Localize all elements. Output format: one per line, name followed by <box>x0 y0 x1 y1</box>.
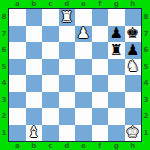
white-bishop[interactable]: ♝ <box>27 125 40 140</box>
square-e4[interactable] <box>75 75 92 92</box>
coord-label-7: 7 <box>142 26 150 43</box>
square-c7[interactable] <box>42 26 59 43</box>
square-d4[interactable] <box>59 75 76 92</box>
coord-label-b: b <box>26 0 43 8</box>
square-b3[interactable] <box>26 92 43 109</box>
rank-labels-right: 87654321 <box>142 9 150 141</box>
square-f1[interactable] <box>92 125 109 142</box>
black-king[interactable]: ♚ <box>126 26 139 41</box>
square-g3[interactable] <box>108 92 125 109</box>
coord-label-5: 5 <box>142 59 150 76</box>
coord-label-a: a <box>9 0 26 8</box>
coord-label-2: 2 <box>142 108 150 125</box>
square-d2[interactable] <box>59 108 76 125</box>
square-e2[interactable] <box>75 108 92 125</box>
square-a6[interactable] <box>9 42 26 59</box>
square-c5[interactable] <box>42 59 59 76</box>
square-h1[interactable]: ♚ <box>125 125 142 142</box>
square-b6[interactable] <box>26 42 43 59</box>
square-a2[interactable] <box>9 108 26 125</box>
square-c6[interactable] <box>42 42 59 59</box>
black-rook[interactable]: ♜ <box>110 43 123 58</box>
white-king[interactable]: ♚ <box>126 125 139 140</box>
rank-labels-left: 87654321 <box>0 9 8 141</box>
square-h6[interactable]: ♟ <box>125 42 142 59</box>
square-g7[interactable]: ♟ <box>108 26 125 43</box>
square-g6[interactable]: ♜ <box>108 42 125 59</box>
square-g8[interactable] <box>108 9 125 26</box>
coord-label-4: 4 <box>0 75 8 92</box>
square-f5[interactable] <box>92 59 109 76</box>
coord-label-3: 3 <box>0 92 8 109</box>
square-h3[interactable] <box>125 92 142 109</box>
coord-label-2: 2 <box>0 108 8 125</box>
coord-label-1: 1 <box>0 125 8 142</box>
square-c4[interactable] <box>42 75 59 92</box>
coord-label-e: e <box>75 0 92 8</box>
square-d5[interactable] <box>59 59 76 76</box>
square-f4[interactable] <box>92 75 109 92</box>
coord-label-h: h <box>125 142 142 150</box>
square-b2[interactable] <box>26 108 43 125</box>
square-f3[interactable] <box>92 92 109 109</box>
file-labels-top: abcdefgh <box>9 0 141 8</box>
coord-label-d: d <box>59 142 76 150</box>
square-d1[interactable] <box>59 125 76 142</box>
black-pawn[interactable]: ♟ <box>126 43 139 58</box>
coord-label-6: 6 <box>142 42 150 59</box>
coord-label-d: d <box>59 0 76 8</box>
square-h8[interactable] <box>125 9 142 26</box>
square-b8[interactable] <box>26 9 43 26</box>
coord-label-g: g <box>108 142 125 150</box>
square-b5[interactable] <box>26 59 43 76</box>
white-knight[interactable]: ♞ <box>126 59 139 74</box>
square-b4[interactable] <box>26 75 43 92</box>
coord-label-c: c <box>42 142 59 150</box>
square-e8[interactable] <box>75 9 92 26</box>
coord-label-f: f <box>92 142 109 150</box>
coord-label-1: 1 <box>142 125 150 142</box>
coord-label-4: 4 <box>142 75 150 92</box>
chess-board: ♜♟♟♚♜♟♞♝♚ <box>8 8 142 142</box>
square-g2[interactable] <box>108 108 125 125</box>
square-c3[interactable] <box>42 92 59 109</box>
square-b7[interactable] <box>26 26 43 43</box>
coord-label-e: e <box>75 142 92 150</box>
square-g5[interactable] <box>108 59 125 76</box>
square-g1[interactable] <box>108 125 125 142</box>
square-a8[interactable] <box>9 9 26 26</box>
square-h2[interactable] <box>125 108 142 125</box>
coord-label-g: g <box>108 0 125 8</box>
square-d3[interactable] <box>59 92 76 109</box>
coord-label-3: 3 <box>142 92 150 109</box>
square-g4[interactable] <box>108 75 125 92</box>
square-e1[interactable] <box>75 125 92 142</box>
square-d7[interactable] <box>59 26 76 43</box>
square-a4[interactable] <box>9 75 26 92</box>
square-h7[interactable]: ♚ <box>125 26 142 43</box>
square-e3[interactable] <box>75 92 92 109</box>
square-b1[interactable]: ♝ <box>26 125 43 142</box>
square-c2[interactable] <box>42 108 59 125</box>
file-labels-bottom: abcdefgh <box>9 142 141 150</box>
coord-label-7: 7 <box>0 26 8 43</box>
coord-label-a: a <box>9 142 26 150</box>
square-f2[interactable] <box>92 108 109 125</box>
square-f8[interactable] <box>92 9 109 26</box>
white-pawn[interactable]: ♟ <box>77 26 90 41</box>
square-f7[interactable] <box>92 26 109 43</box>
square-f6[interactable] <box>92 42 109 59</box>
square-e6[interactable] <box>75 42 92 59</box>
coord-label-6: 6 <box>0 42 8 59</box>
square-d6[interactable] <box>59 42 76 59</box>
square-d8[interactable]: ♜ <box>59 9 76 26</box>
square-a5[interactable] <box>9 59 26 76</box>
square-c8[interactable] <box>42 9 59 26</box>
square-h5[interactable]: ♞ <box>125 59 142 76</box>
square-e7[interactable]: ♟ <box>75 26 92 43</box>
square-h4[interactable] <box>125 75 142 92</box>
coord-label-8: 8 <box>0 9 8 26</box>
board-frame: abcdefgh abcdefgh 87654321 87654321 ♜♟♟♚… <box>0 0 150 150</box>
coord-label-f: f <box>92 0 109 8</box>
square-a3[interactable] <box>9 92 26 109</box>
square-e5[interactable] <box>75 59 92 76</box>
coord-label-5: 5 <box>0 59 8 76</box>
white-rook[interactable]: ♜ <box>60 10 73 25</box>
square-c1[interactable] <box>42 125 59 142</box>
square-a7[interactable] <box>9 26 26 43</box>
square-a1[interactable] <box>9 125 26 142</box>
black-pawn[interactable]: ♟ <box>110 26 123 41</box>
coord-label-8: 8 <box>142 9 150 26</box>
coord-label-h: h <box>125 0 142 8</box>
coord-label-b: b <box>26 142 43 150</box>
coord-label-c: c <box>42 0 59 8</box>
